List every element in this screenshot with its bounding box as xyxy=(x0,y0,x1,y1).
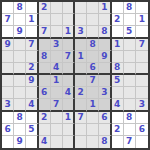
cell-r4c9[interactable] xyxy=(99,39,111,51)
cell-r4c10-given[interactable]: 1 xyxy=(112,39,124,51)
cell-r3c6-given[interactable]: 1 xyxy=(63,26,75,38)
cell-r5c6-given[interactable]: 7 xyxy=(63,51,75,63)
cell-r1c11-given[interactable]: 8 xyxy=(124,2,136,14)
cell-r6c7[interactable] xyxy=(75,63,87,75)
cell-r3c12[interactable] xyxy=(136,26,148,38)
cell-r5c11[interactable] xyxy=(124,51,136,63)
cell-r9c5-given[interactable]: 7 xyxy=(51,99,63,111)
cell-r9c9[interactable] xyxy=(99,99,111,111)
cell-r10c10[interactable] xyxy=(112,112,124,124)
cell-r3c4-given[interactable]: 7 xyxy=(39,26,51,38)
cell-r7c4[interactable] xyxy=(39,75,51,87)
cell-r8c3[interactable] xyxy=(26,87,38,99)
cell-r3c11-given[interactable]: 5 xyxy=(124,26,136,38)
cell-r12c8[interactable] xyxy=(87,136,99,148)
cell-r2c1-given[interactable]: 7 xyxy=(2,14,14,26)
cell-r7c9[interactable] xyxy=(99,75,111,87)
cell-r5c5[interactable] xyxy=(51,51,63,63)
cell-r4c6[interactable] xyxy=(63,39,75,51)
cell-r10c12[interactable] xyxy=(136,112,148,124)
cell-r10c6-given[interactable]: 1 xyxy=(63,112,75,124)
cell-r8c10[interactable] xyxy=(112,87,124,99)
cell-r12c10[interactable] xyxy=(112,136,124,148)
cell-r10c9-given[interactable]: 6 xyxy=(99,112,111,124)
cell-r9c12-given[interactable]: 3 xyxy=(136,99,148,111)
cell-r9c10-given[interactable]: 4 xyxy=(112,99,124,111)
cell-r6c9[interactable] xyxy=(99,63,111,75)
cell-r5c10[interactable] xyxy=(112,51,124,63)
cell-r6c12[interactable] xyxy=(136,63,148,75)
cell-r2c11[interactable] xyxy=(124,14,136,26)
cell-r5c4-given[interactable]: 8 xyxy=(39,51,51,63)
cell-r5c8[interactable] xyxy=(87,51,99,63)
cell-r1c6[interactable] xyxy=(63,2,75,14)
cell-r4c2[interactable] xyxy=(14,39,26,51)
cell-r3c8[interactable] xyxy=(87,26,99,38)
cell-r1c10[interactable] xyxy=(112,2,124,14)
cell-r10c7-given[interactable]: 7 xyxy=(75,112,87,124)
cell-r3c3[interactable] xyxy=(26,26,38,38)
cell-r11c6[interactable] xyxy=(63,124,75,136)
cell-r10c11-given[interactable]: 8 xyxy=(124,112,136,124)
cell-r7c6[interactable] xyxy=(63,75,75,87)
cell-r6c10-given[interactable]: 8 xyxy=(112,63,124,75)
cell-r2c7[interactable] xyxy=(75,14,87,26)
cell-r5c12[interactable] xyxy=(136,51,148,63)
cell-r8c4-given[interactable]: 6 xyxy=(39,87,51,99)
cell-r9c7[interactable] xyxy=(75,99,87,111)
cell-r12c11-given[interactable]: 7 xyxy=(124,136,136,148)
cell-r12c9-given[interactable]: 8 xyxy=(99,136,111,148)
cell-r8c8[interactable] xyxy=(87,87,99,99)
cell-r12c6[interactable] xyxy=(63,136,75,148)
cell-r6c8-given[interactable]: 6 xyxy=(87,63,99,75)
cell-r9c2[interactable] xyxy=(14,99,26,111)
cell-r1c4-given[interactable]: 2 xyxy=(39,2,51,14)
cell-r11c8[interactable] xyxy=(87,124,99,136)
cell-r11c9[interactable] xyxy=(99,124,111,136)
cell-r7c11[interactable] xyxy=(124,75,136,87)
cell-r10c1[interactable] xyxy=(2,112,14,124)
cell-r8c6-given[interactable]: 4 xyxy=(63,87,75,99)
cell-r9c4[interactable] xyxy=(39,99,51,111)
cell-r2c9[interactable] xyxy=(99,14,111,26)
cell-r12c5[interactable] xyxy=(51,136,63,148)
cell-r5c3[interactable] xyxy=(26,51,38,63)
cell-r6c11[interactable] xyxy=(124,63,136,75)
cell-r9c6[interactable] xyxy=(63,99,75,111)
cell-r11c10-given[interactable]: 2 xyxy=(112,124,124,136)
cell-r1c8[interactable] xyxy=(87,2,99,14)
cell-r7c10-given[interactable]: 5 xyxy=(112,75,124,87)
cell-r1c5[interactable] xyxy=(51,2,63,14)
cell-r5c7-given[interactable]: 1 xyxy=(75,51,87,63)
cell-r4c12-given[interactable]: 7 xyxy=(136,39,148,51)
cell-r8c9-given[interactable]: 3 xyxy=(99,87,111,99)
cell-r11c2[interactable] xyxy=(14,124,26,136)
cell-r8c11[interactable] xyxy=(124,87,136,99)
cell-r12c12[interactable] xyxy=(136,136,148,148)
cell-r3c5[interactable] xyxy=(51,26,63,38)
cell-r3c2-given[interactable]: 9 xyxy=(14,26,26,38)
cell-r8c2[interactable] xyxy=(14,87,26,99)
cell-r7c1[interactable] xyxy=(2,75,14,87)
cell-r3c9-given[interactable]: 8 xyxy=(99,26,111,38)
cell-r2c5[interactable] xyxy=(51,14,63,26)
cell-r9c8-given[interactable]: 1 xyxy=(87,99,99,111)
cell-r11c4[interactable] xyxy=(39,124,51,136)
cell-r2c6[interactable] xyxy=(63,14,75,26)
cell-r2c10-given[interactable]: 2 xyxy=(112,14,124,26)
cell-r10c5[interactable] xyxy=(51,112,63,124)
cell-r6c2[interactable] xyxy=(14,63,26,75)
cell-r6c3-given[interactable]: 2 xyxy=(26,63,38,75)
cell-r5c2[interactable] xyxy=(14,51,26,63)
cell-r1c1[interactable] xyxy=(2,2,14,14)
cell-r4c3-given[interactable]: 7 xyxy=(26,39,38,51)
cell-r2c12-given[interactable]: 1 xyxy=(136,14,148,26)
cell-r2c2[interactable] xyxy=(14,14,26,26)
cell-r8c1[interactable] xyxy=(2,87,14,99)
cell-r9c1-given[interactable]: 3 xyxy=(2,99,14,111)
cell-r10c8[interactable] xyxy=(87,112,99,124)
cell-r4c4[interactable] xyxy=(39,39,51,51)
cell-r7c5-given[interactable]: 1 xyxy=(51,75,63,87)
cell-r12c1[interactable] xyxy=(2,136,14,148)
cell-r6c6[interactable] xyxy=(63,63,75,75)
cell-r3c7-given[interactable]: 3 xyxy=(75,26,87,38)
cell-r9c3-given[interactable]: 4 xyxy=(26,99,38,111)
cell-r2c3-given[interactable]: 1 xyxy=(26,14,38,26)
cell-r6c4[interactable] xyxy=(39,63,51,75)
cell-r11c5[interactable] xyxy=(51,124,63,136)
cell-r12c2-given[interactable]: 9 xyxy=(14,136,26,148)
cell-r7c8-given[interactable]: 7 xyxy=(87,75,99,87)
cell-r7c2[interactable] xyxy=(14,75,26,87)
cell-r8c7-given[interactable]: 2 xyxy=(75,87,87,99)
cell-r12c7[interactable] xyxy=(75,136,87,148)
cell-r11c7[interactable] xyxy=(75,124,87,136)
cell-r5c9-given[interactable]: 9 xyxy=(99,51,111,63)
cell-r1c3[interactable] xyxy=(26,2,38,14)
cell-r7c12[interactable] xyxy=(136,75,148,87)
cell-r9c11[interactable] xyxy=(124,99,136,111)
cell-r7c7[interactable] xyxy=(75,75,87,87)
cell-r1c7[interactable] xyxy=(75,2,87,14)
cell-r11c3-given[interactable]: 5 xyxy=(26,124,38,136)
cell-r2c8[interactable] xyxy=(87,14,99,26)
cell-r11c12-given[interactable]: 6 xyxy=(136,124,148,136)
cell-r4c5-given[interactable]: 3 xyxy=(51,39,63,51)
cell-r2c4[interactable] xyxy=(39,14,51,26)
cell-r10c4-given[interactable]: 2 xyxy=(39,112,51,124)
cell-r6c1[interactable] xyxy=(2,63,14,75)
cell-r11c1-given[interactable]: 6 xyxy=(2,124,14,136)
cell-r4c1-given[interactable]: 9 xyxy=(2,39,14,51)
cell-r4c7[interactable] xyxy=(75,39,87,51)
cell-r8c5[interactable] xyxy=(51,87,63,99)
cell-r1c12[interactable] xyxy=(136,2,148,14)
cell-r10c2-given[interactable]: 8 xyxy=(14,112,26,124)
cell-r4c8-given[interactable]: 8 xyxy=(87,39,99,51)
cell-r7c3-given[interactable]: 9 xyxy=(26,75,38,87)
cell-r12c3[interactable] xyxy=(26,136,38,148)
cell-r12c4-given[interactable]: 4 xyxy=(39,136,51,148)
cell-r10c3[interactable] xyxy=(26,112,38,124)
cell-r6c5-given[interactable]: 4 xyxy=(51,63,63,75)
cell-r4c11[interactable] xyxy=(124,39,136,51)
cell-r8c12[interactable] xyxy=(136,87,148,99)
cell-r1c2-given[interactable]: 8 xyxy=(14,2,26,14)
cell-r11c11[interactable] xyxy=(124,124,136,136)
cell-r3c10[interactable] xyxy=(112,26,124,38)
cell-r3c1[interactable] xyxy=(2,26,14,38)
cell-r1c9-given[interactable]: 1 xyxy=(99,2,111,14)
sudoku-board: 8218712197138597381787192468917564233471… xyxy=(0,0,150,150)
cell-r5c1[interactable] xyxy=(2,51,14,63)
